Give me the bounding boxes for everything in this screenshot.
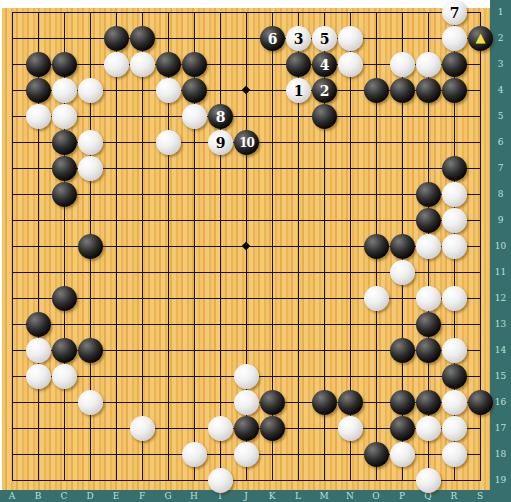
stone-black-I5[interactable]: 8 [208,104,233,129]
stone-black-G3[interactable] [156,52,181,77]
stone-black-N16[interactable] [338,390,363,415]
stone-black-P16[interactable] [390,390,415,415]
stone-black-C12[interactable] [52,286,77,311]
row-label-11: 11 [490,267,511,277]
row-label-4: 4 [490,85,511,95]
stone-black-Q9[interactable] [416,208,441,233]
stone-black-M16[interactable] [312,390,337,415]
stone-white-Q17[interactable] [416,416,441,441]
move-number-label: 5 [320,32,330,46]
grid-line [12,298,481,299]
stone-black-M3[interactable]: 4 [312,52,337,77]
stone-white-H18[interactable] [182,442,207,467]
column-label-N: N [346,491,354,501]
stone-black-B13[interactable] [26,312,51,337]
stone-white-H5[interactable] [182,104,207,129]
row-label-12: 12 [490,293,511,303]
column-label-J: J [244,491,248,501]
stone-black-S2[interactable]: ▲ [468,26,493,51]
stone-black-M4[interactable]: 2 [312,78,337,103]
star-point-J4 [242,86,250,94]
stone-white-I6[interactable]: 9 [208,130,233,155]
column-label-F: F [139,491,145,501]
stone-black-Q4[interactable] [416,78,441,103]
star-point-J10 [242,242,250,250]
last-move-triangle-marker: ▲ [476,31,486,44]
stone-black-J6[interactable]: 10 [234,130,259,155]
row-label-14: 14 [490,345,511,355]
row-label-18: 18 [490,449,511,459]
column-label-C: C [61,491,68,501]
stone-black-C8[interactable] [52,182,77,207]
row-label-7: 7 [490,163,511,173]
stone-white-J16[interactable] [234,390,259,415]
stone-white-R16[interactable] [442,390,467,415]
stone-white-C4[interactable] [52,78,77,103]
stone-black-L3[interactable] [286,52,311,77]
stone-black-M5[interactable] [312,104,337,129]
move-number-label: 3 [294,32,304,46]
stone-white-R8[interactable] [442,182,467,207]
stone-black-C7[interactable] [52,156,77,181]
stone-white-B5[interactable] [26,104,51,129]
move-number-label: 2 [320,84,330,98]
row-label-13: 13 [490,319,511,329]
stone-white-D4[interactable] [78,78,103,103]
stone-black-J17[interactable] [234,416,259,441]
column-label-A: A [9,491,16,501]
stone-black-R7[interactable] [442,156,467,181]
column-label-E: E [113,491,120,501]
stone-white-R14[interactable] [442,338,467,363]
row-label-16: 16 [490,397,511,407]
stone-white-R2[interactable] [442,26,467,51]
column-label-D: D [86,491,93,501]
stone-black-B4[interactable] [26,78,51,103]
stone-white-B14[interactable] [26,338,51,363]
stone-white-R12[interactable] [442,286,467,311]
stone-black-Q13[interactable] [416,312,441,337]
stone-white-B15[interactable] [26,364,51,389]
stone-white-R1[interactable]: 7 [442,0,467,25]
go-game-viewer: 12345678910111213141516171819 ABCDEFGHIJ… [0,0,511,502]
move-number-label: 10 [239,137,254,149]
stone-white-I19[interactable] [208,468,233,493]
stone-black-D14[interactable] [78,338,103,363]
stone-white-N17[interactable] [338,416,363,441]
stone-white-D6[interactable] [78,130,103,155]
stone-white-Q19[interactable] [416,468,441,493]
stone-white-C5[interactable] [52,104,77,129]
row-label-3: 3 [490,59,511,69]
stone-black-H3[interactable] [182,52,207,77]
row-label-8: 8 [490,189,511,199]
stone-black-K16[interactable] [260,390,285,415]
move-number-label: 6 [268,32,278,46]
stone-white-C15[interactable] [52,364,77,389]
stone-white-P18[interactable] [390,442,415,467]
column-label-K: K [269,491,276,501]
column-coordinate-strip: ABCDEFGHIJKLMNOPQRS [0,490,511,502]
stone-white-G4[interactable] [156,78,181,103]
stone-black-C14[interactable] [52,338,77,363]
stone-black-Q16[interactable] [416,390,441,415]
stone-black-O18[interactable] [364,442,389,467]
row-label-2: 2 [490,33,511,43]
stone-white-F3[interactable] [130,52,155,77]
stone-black-C3[interactable] [52,52,77,77]
row-label-5: 5 [490,111,511,121]
row-label-6: 6 [490,137,511,147]
grid-line [12,324,481,325]
stone-white-R17[interactable] [442,416,467,441]
move-number-label: 1 [294,84,304,98]
stone-white-P3[interactable] [390,52,415,77]
column-label-M: M [319,491,328,501]
stone-white-Q10[interactable] [416,234,441,259]
stone-white-Q12[interactable] [416,286,441,311]
stone-white-D7[interactable] [78,156,103,181]
row-coordinate-strip: 12345678910111213141516171819 [490,0,511,502]
move-number-label: 9 [216,136,226,150]
stone-black-H4[interactable] [182,78,207,103]
stone-black-P4[interactable] [390,78,415,103]
stone-black-D10[interactable] [78,234,103,259]
stone-white-R9[interactable] [442,208,467,233]
stone-black-Q14[interactable] [416,338,441,363]
stone-white-R18[interactable] [442,442,467,467]
stone-black-O4[interactable] [364,78,389,103]
column-label-H: H [190,491,198,501]
stone-white-F17[interactable] [130,416,155,441]
column-label-S: S [477,491,483,501]
column-label-O: O [372,491,379,501]
stone-white-L4[interactable]: 1 [286,78,311,103]
stone-white-N3[interactable] [338,52,363,77]
stone-black-F2[interactable] [130,26,155,51]
column-label-L: L [295,491,301,501]
stone-black-E2[interactable] [104,26,129,51]
stone-black-R3[interactable] [442,52,467,77]
column-label-B: B [35,491,42,501]
row-label-15: 15 [490,371,511,381]
stone-white-M2[interactable]: 5 [312,26,337,51]
stone-white-I17[interactable] [208,416,233,441]
stone-black-P17[interactable] [390,416,415,441]
move-number-label: 8 [216,110,226,124]
stone-black-P10[interactable] [390,234,415,259]
stone-black-C6[interactable] [52,130,77,155]
stone-black-P14[interactable] [390,338,415,363]
stone-white-D16[interactable] [78,390,103,415]
stone-black-Q8[interactable] [416,182,441,207]
stone-black-O10[interactable] [364,234,389,259]
column-label-P: P [399,491,405,501]
go-board[interactable]: 7635▲4128910 [0,0,511,502]
stone-white-P11[interactable] [390,260,415,285]
stone-white-L2[interactable]: 3 [286,26,311,51]
stone-black-S16[interactable] [468,390,493,415]
stone-white-J15[interactable] [234,364,259,389]
stone-black-K17[interactable] [260,416,285,441]
row-label-17: 17 [490,423,511,433]
move-number-label: 7 [450,6,460,20]
row-label-1: 1 [490,7,511,17]
column-label-G: G [164,491,171,501]
grid-line [12,480,481,481]
stone-white-N2[interactable] [338,26,363,51]
stone-white-O12[interactable] [364,286,389,311]
stone-white-J18[interactable] [234,442,259,467]
column-label-R: R [451,491,458,501]
row-label-19: 19 [490,475,511,485]
row-label-9: 9 [490,215,511,225]
stone-black-R15[interactable] [442,364,467,389]
move-number-label: 4 [320,58,330,72]
stone-white-Q3[interactable] [416,52,441,77]
row-label-10: 10 [490,241,511,251]
stone-black-B3[interactable] [26,52,51,77]
stone-white-R10[interactable] [442,234,467,259]
stone-black-K2[interactable]: 6 [260,26,285,51]
stone-black-R4[interactable] [442,78,467,103]
stone-white-E3[interactable] [104,52,129,77]
stone-white-G6[interactable] [156,130,181,155]
